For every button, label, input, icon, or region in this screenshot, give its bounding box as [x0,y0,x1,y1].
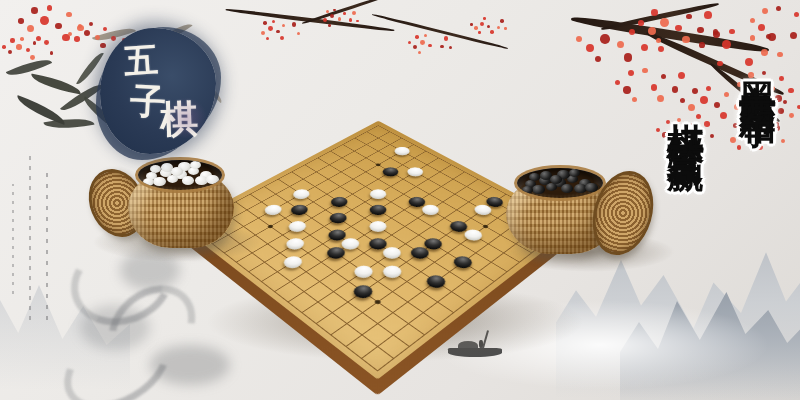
bowl-stone-black [585,183,598,192]
stone-black [288,202,311,216]
bowl-stone-black [529,173,540,181]
stone-white [367,187,390,201]
stone-white [283,235,308,251]
bowl-stone-white [182,176,194,185]
bowl-stone-white [171,167,183,176]
star-point [375,163,381,167]
banner: 五 子 棋 黑白世界两相争 棋枰方寸定输赢 [0,0,800,400]
seal-char-3: 棋 [159,99,198,138]
stone-black [350,282,376,300]
bowl-stone-black [561,184,573,193]
stone-black [366,202,389,216]
stone-white [280,253,305,270]
white-stone-bowl [128,158,234,248]
bowl-stone-black [550,175,562,184]
stone-black [423,272,449,290]
stone-white [404,165,426,178]
title-seal: 五 子 棋 [100,28,216,154]
bowl-stone-white [167,175,178,183]
bowl-stone-black [569,169,580,177]
seal-char-1: 五 [123,43,159,79]
stone-black [379,165,401,178]
star-point [374,299,382,305]
bowl-stone-white [150,165,161,173]
star-point [482,224,489,228]
stone-white [391,145,412,157]
verse-line-2: 棋枰方寸定输赢 [667,94,704,129]
bowl-stone-black [546,183,557,191]
star-point [267,224,274,228]
stone-white [366,219,390,234]
verse-line-1: 黑白世界两相争 [739,52,776,87]
stone-black [326,210,350,225]
stone-white [351,263,377,280]
bowl-stone-black [532,185,545,194]
bowl-stone-white [153,177,166,186]
stone-black [328,195,351,209]
stone-white [290,187,313,201]
bowl-stone-white [190,161,201,169]
stone-black [450,253,475,270]
stone-white [379,263,405,280]
stone-white [285,219,309,234]
stone-white [261,202,284,216]
